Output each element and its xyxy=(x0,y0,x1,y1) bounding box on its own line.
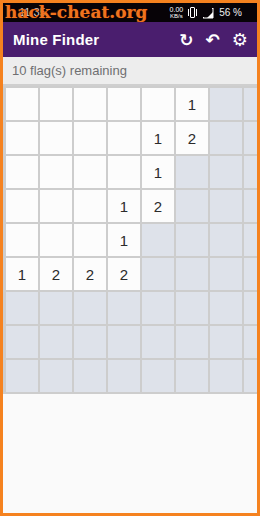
page-title: Mine Finder xyxy=(3,31,179,48)
cell-r2c4[interactable] xyxy=(108,122,140,154)
cell-r1c5[interactable] xyxy=(142,88,174,120)
cell-r6c2[interactable]: 2 xyxy=(40,258,72,290)
restart-icon[interactable]: ↻ xyxy=(179,30,193,50)
cell-r3c5[interactable]: 1 xyxy=(142,156,174,188)
cell-r2c6[interactable]: 2 xyxy=(176,122,208,154)
cell-r9c8[interactable] xyxy=(244,360,260,392)
cell-r1c4[interactable] xyxy=(108,88,140,120)
signal-icon xyxy=(202,7,214,19)
app-bar-actions: ↻ ↶ ⚙ xyxy=(179,30,257,50)
cell-r5c5[interactable] xyxy=(142,224,174,256)
cell-r9c6[interactable] xyxy=(176,360,208,392)
cell-r3c1[interactable] xyxy=(6,156,38,188)
cell-r1c6[interactable]: 1 xyxy=(176,88,208,120)
empty-area-below-board xyxy=(3,396,257,513)
cell-r1c2[interactable] xyxy=(40,88,72,120)
cell-r1c3[interactable] xyxy=(74,88,106,120)
cell-r5c7[interactable] xyxy=(210,224,242,256)
cell-r6c6[interactable] xyxy=(176,258,208,290)
cell-r4c5[interactable]: 2 xyxy=(142,190,174,222)
cell-r4c1[interactable] xyxy=(6,190,38,222)
watermark-text: hack-cheat.org xyxy=(5,2,147,22)
cell-r2c7[interactable] xyxy=(210,122,242,154)
undo-icon[interactable]: ↶ xyxy=(206,30,220,50)
flags-remaining-bar: 10 flag(s) remaining xyxy=(3,57,257,86)
cell-r3c3[interactable] xyxy=(74,156,106,188)
cell-r7c1[interactable] xyxy=(6,292,38,324)
cell-r5c8[interactable] xyxy=(244,224,260,256)
cell-r4c2[interactable] xyxy=(40,190,72,222)
cell-r3c2[interactable] xyxy=(40,156,72,188)
cell-r4c7[interactable] xyxy=(210,190,242,222)
cell-r7c7[interactable] xyxy=(210,292,242,324)
cell-r8c8[interactable] xyxy=(244,326,260,358)
cell-r5c4[interactable]: 1 xyxy=(108,224,140,256)
cell-r4c3[interactable] xyxy=(74,190,106,222)
cell-r9c5[interactable] xyxy=(142,360,174,392)
cell-r5c1[interactable] xyxy=(6,224,38,256)
cell-r3c8[interactable] xyxy=(244,156,260,188)
cell-r3c6[interactable] xyxy=(176,156,208,188)
cell-r3c4[interactable] xyxy=(108,156,140,188)
app-bar: Mine Finder ↻ ↶ ⚙ xyxy=(3,22,257,57)
cell-r2c3[interactable] xyxy=(74,122,106,154)
cell-r6c8[interactable] xyxy=(244,258,260,290)
cell-r7c6[interactable] xyxy=(176,292,208,324)
cell-r1c7[interactable] xyxy=(210,88,242,120)
app-window: 11:35 0.00 KB/s 56 % hack-cheat.org Mine… xyxy=(0,0,260,516)
cell-r1c1[interactable] xyxy=(6,88,38,120)
cell-r2c1[interactable] xyxy=(6,122,38,154)
cell-r8c3[interactable] xyxy=(74,326,106,358)
minesweeper-board: 11211211222 xyxy=(3,86,260,394)
cell-r8c6[interactable] xyxy=(176,326,208,358)
cell-r1c8[interactable] xyxy=(244,88,260,120)
cell-r5c3[interactable] xyxy=(74,224,106,256)
cell-r9c7[interactable] xyxy=(210,360,242,392)
cell-r2c5[interactable]: 1 xyxy=(142,122,174,154)
vibrate-icon xyxy=(188,7,197,18)
cell-r8c2[interactable] xyxy=(40,326,72,358)
cell-r7c8[interactable] xyxy=(244,292,260,324)
cell-r7c4[interactable] xyxy=(108,292,140,324)
cell-r9c4[interactable] xyxy=(108,360,140,392)
cell-r6c1[interactable]: 1 xyxy=(6,258,38,290)
flags-remaining-text: 10 flag(s) remaining xyxy=(12,63,127,78)
battery-level: 56 % xyxy=(219,7,242,18)
cell-r6c7[interactable] xyxy=(210,258,242,290)
cell-r8c5[interactable] xyxy=(142,326,174,358)
cell-r9c2[interactable] xyxy=(40,360,72,392)
cell-r6c4[interactable]: 2 xyxy=(108,258,140,290)
cell-r2c2[interactable] xyxy=(40,122,72,154)
network-speed-indicator: 0.00 KB/s xyxy=(170,7,184,19)
cell-r5c2[interactable] xyxy=(40,224,72,256)
cell-r8c1[interactable] xyxy=(6,326,38,358)
cell-r2c8[interactable] xyxy=(244,122,260,154)
cell-r5c6[interactable] xyxy=(176,224,208,256)
cell-r8c4[interactable] xyxy=(108,326,140,358)
cell-r9c3[interactable] xyxy=(74,360,106,392)
cell-r9c1[interactable] xyxy=(6,360,38,392)
cell-r6c3[interactable]: 2 xyxy=(74,258,106,290)
cell-r7c3[interactable] xyxy=(74,292,106,324)
cell-r7c5[interactable] xyxy=(142,292,174,324)
cell-r4c6[interactable] xyxy=(176,190,208,222)
cell-r7c2[interactable] xyxy=(40,292,72,324)
cell-r3c7[interactable] xyxy=(210,156,242,188)
cell-r4c4[interactable]: 1 xyxy=(108,190,140,222)
settings-gear-icon[interactable]: ⚙ xyxy=(232,30,248,50)
cell-r8c7[interactable] xyxy=(210,326,242,358)
cell-r6c5[interactable] xyxy=(142,258,174,290)
cell-r4c8[interactable] xyxy=(244,190,260,222)
